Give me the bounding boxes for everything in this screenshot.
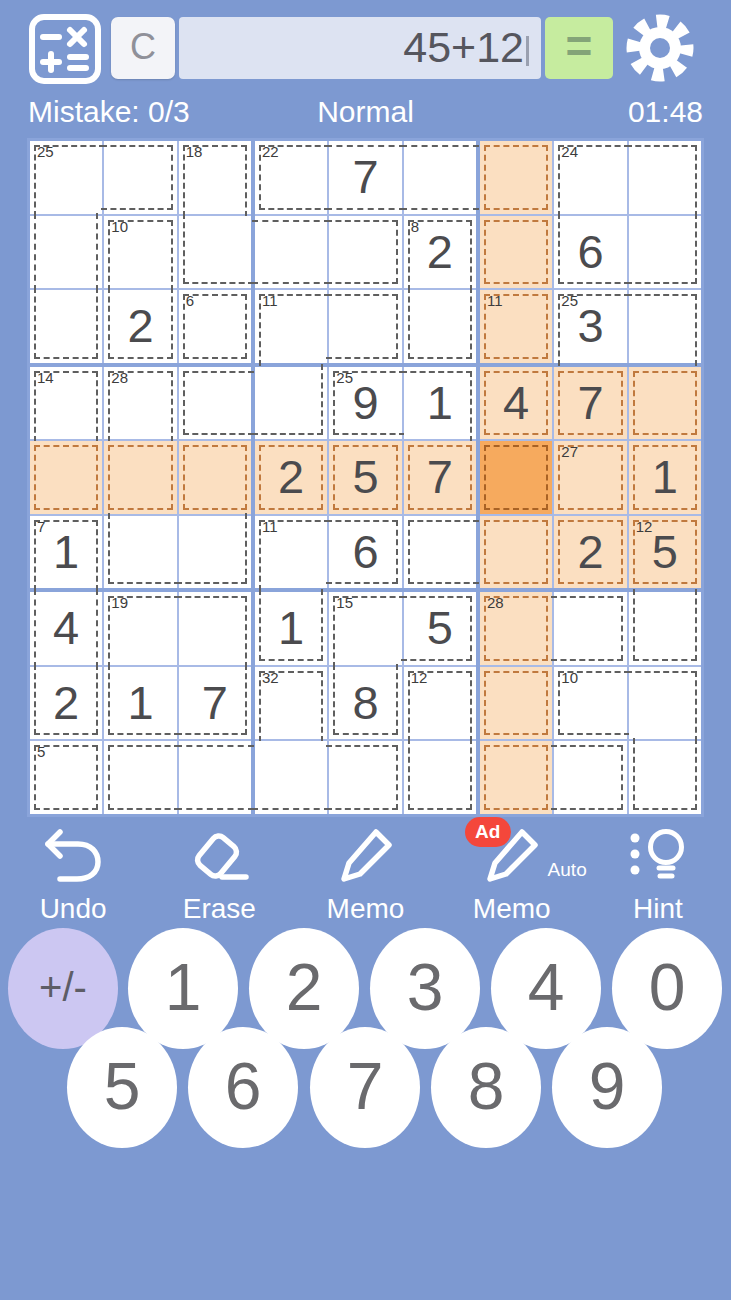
cell-r2c5[interactable]	[329, 216, 401, 289]
clear-button[interactable]: C	[111, 17, 175, 79]
cell-digit: 2	[104, 290, 176, 363]
cell-r8c7[interactable]	[480, 667, 552, 740]
box-border-line	[27, 814, 704, 817]
cell-r3c9[interactable]	[629, 290, 701, 363]
cage-sum-label: 22	[262, 144, 279, 160]
cell-digit: 6	[329, 516, 401, 589]
cell-digit: 1	[629, 441, 701, 514]
cell-digit: 8	[329, 667, 401, 740]
cage-sum-label: 25	[336, 370, 353, 386]
cage-sum-label: 10	[561, 670, 578, 686]
cage-sum-label: 25	[37, 144, 54, 160]
calculator-icon[interactable]	[28, 13, 102, 85]
hint-button[interactable]: Hint	[585, 822, 731, 926]
cage-dash-border	[176, 513, 247, 585]
cage-sum-label: 12	[411, 670, 428, 686]
cell-r7c6[interactable]: 5	[404, 592, 476, 665]
auto-memo-pencil-icon: Ad Auto	[481, 825, 543, 887]
cell-digit: 4	[480, 367, 552, 440]
cell-r6c9[interactable]: 125	[629, 516, 701, 589]
cage-sum-label: 10	[111, 219, 128, 235]
cage-dash-border	[408, 738, 472, 810]
cage-dash-border	[34, 213, 98, 292]
cage-sum-label: 7	[37, 519, 45, 535]
cell-digit: 5	[404, 592, 476, 665]
cell-r2c3[interactable]	[179, 216, 251, 289]
cell-digit: 2	[30, 667, 102, 740]
cell-r9c3[interactable]	[179, 741, 251, 814]
cage-sum-label: 11	[487, 293, 503, 309]
text-cursor	[526, 36, 529, 66]
cell-r1c7[interactable]	[480, 141, 552, 214]
num-button-5[interactable]: 5	[67, 1027, 177, 1148]
cell-r4c7[interactable]: 4	[480, 367, 552, 440]
cell-r7c7[interactable]: 28	[480, 592, 552, 665]
cage-dash-border	[626, 145, 697, 217]
highlight-dash-border	[633, 371, 697, 436]
gear-icon[interactable]	[620, 8, 700, 88]
cage-dash-border	[633, 589, 697, 661]
cell-r3c6[interactable]	[404, 290, 476, 363]
cage-dash-border	[108, 745, 179, 810]
cell-digit: 7	[554, 367, 626, 440]
cage-dash-border	[326, 745, 397, 810]
hint-label: Hint	[585, 893, 731, 925]
cell-r6c1[interactable]: 71	[30, 516, 102, 589]
cell-digit: 1	[104, 667, 176, 740]
cell-r4c3[interactable]	[179, 367, 251, 440]
cell-r4c2[interactable]: 28	[104, 367, 176, 440]
cell-r8c1[interactable]: 2	[30, 667, 102, 740]
num-button-7[interactable]: 7	[310, 1027, 420, 1148]
cell-r7c1[interactable]: 4	[30, 592, 102, 665]
equals-button[interactable]: =	[545, 17, 613, 79]
cage-sum-label: 5	[37, 744, 45, 760]
cage-dash-border	[551, 596, 622, 661]
highlight-dash-border	[484, 745, 548, 810]
cell-digit: 7	[179, 667, 251, 740]
cage-sum-label: 24	[561, 144, 578, 160]
cell-digit: 5	[329, 441, 401, 514]
cell-r6c2[interactable]	[104, 516, 176, 589]
cage-sum-label: 27	[561, 444, 578, 460]
cell-r7c2[interactable]: 19	[104, 592, 176, 665]
cell-r4c1[interactable]: 14	[30, 367, 102, 440]
auto-memo-button[interactable]: Ad Auto Memo	[439, 822, 585, 926]
undo-icon	[42, 825, 104, 887]
cell-r3c7[interactable]: 11	[480, 290, 552, 363]
auto-memo-label: Memo	[439, 893, 585, 925]
cell-r3c3[interactable]: 6	[179, 290, 251, 363]
cage-dash-border	[626, 213, 697, 285]
cage-dash-border	[252, 738, 330, 810]
cell-r5c1[interactable]	[30, 441, 102, 514]
cage-sum-label: 12	[636, 519, 653, 535]
cell-r4c6[interactable]: 1	[404, 367, 476, 440]
cell-r5c6[interactable]: 7	[404, 441, 476, 514]
cell-r8c5[interactable]: 8	[329, 667, 401, 740]
cell-r6c4[interactable]: 11	[255, 516, 327, 589]
cage-dash-border	[401, 145, 479, 210]
cell-digit: 1	[404, 367, 476, 440]
cell-r8c9[interactable]	[629, 667, 701, 740]
cage-dash-border	[408, 287, 472, 359]
cage-sum-label: 32	[262, 670, 279, 686]
cage-sum-label: 11	[262, 293, 278, 309]
highlight-dash-border	[34, 445, 98, 510]
calculator-bar: C 45+12 =	[0, 0, 731, 95]
cage-sum-label: 28	[487, 595, 504, 611]
cage-sum-label: 19	[111, 595, 128, 611]
highlight-dash-border	[108, 445, 172, 510]
display-value: 45+12	[403, 23, 524, 71]
cell-r1c3[interactable]: 18	[179, 141, 251, 214]
cage-dash-border	[176, 596, 247, 668]
cage-dash-border	[626, 294, 697, 366]
cage-dash-border	[183, 371, 254, 436]
cage-dash-border	[326, 294, 397, 359]
cage-dash-border	[101, 145, 172, 210]
cell-r5c7[interactable]	[480, 441, 552, 514]
cage-sum-label: 15	[336, 595, 353, 611]
cell-r3c2[interactable]: 2	[104, 290, 176, 363]
cell-digit: 7	[329, 141, 401, 214]
ad-badge: Ad	[465, 817, 511, 847]
cell-r9c6[interactable]	[404, 741, 476, 814]
cell-r1c1[interactable]: 25	[30, 141, 102, 214]
cage-dash-border	[34, 287, 98, 359]
cage-sum-label: 14	[37, 370, 54, 386]
cell-r6c5[interactable]: 6	[329, 516, 401, 589]
eraser-icon	[186, 825, 252, 887]
lightbulb-icon	[625, 825, 691, 887]
cell-r8c4[interactable]: 32	[255, 667, 327, 740]
cell-r7c8[interactable]	[554, 592, 626, 665]
cell-r9c4[interactable]	[255, 741, 327, 814]
cage-dash-border	[183, 213, 254, 285]
cell-r8c8[interactable]: 10	[554, 667, 626, 740]
cell-r7c3[interactable]	[179, 592, 251, 665]
cell-r3c8[interactable]: 253	[554, 290, 626, 363]
undo-button[interactable]: Undo	[0, 822, 146, 926]
pencil-icon	[335, 825, 397, 887]
cage-dash-border	[176, 745, 254, 810]
cage-dash-border	[408, 520, 479, 585]
cell-r4c4[interactable]	[255, 367, 327, 440]
cell-r6c7[interactable]	[480, 516, 552, 589]
cell-r5c3[interactable]	[179, 441, 251, 514]
cell-r6c8[interactable]: 2	[554, 516, 626, 589]
status-bar: Mistake: 0/3 Normal 01:48	[0, 95, 731, 131]
cage-dash-border	[633, 738, 697, 810]
cell-r5c2[interactable]	[104, 441, 176, 514]
cage-dash-border	[252, 220, 330, 285]
cell-r1c5[interactable]: 7	[329, 141, 401, 214]
cell-r3c5[interactable]	[329, 290, 401, 363]
cell-r8c2[interactable]: 1	[104, 667, 176, 740]
memo-button[interactable]: Memo	[292, 822, 438, 926]
cell-r9c9[interactable]	[629, 741, 701, 814]
cage-sum-label: 18	[186, 144, 203, 160]
cell-r5c8[interactable]: 27	[554, 441, 626, 514]
toolbar: Undo Erase Memo Ad Auto Memo	[0, 822, 731, 926]
cell-digit: 2	[554, 516, 626, 589]
cell-digit: 7	[404, 441, 476, 514]
erase-label: Erase	[146, 893, 292, 925]
cell-r4c9[interactable]	[629, 367, 701, 440]
cell-r1c4[interactable]: 22	[255, 141, 327, 214]
cell-r2c2[interactable]: 10	[104, 216, 176, 289]
cell-r4c5[interactable]: 259	[329, 367, 401, 440]
cell-digit: 2	[255, 441, 327, 514]
cage-sum-label: 6	[186, 293, 194, 309]
cell-r7c4[interactable]: 1	[255, 592, 327, 665]
cell-r7c9[interactable]	[629, 592, 701, 665]
killer-sudoku-app: { "game": "killer-sudoku", "header": { "…	[0, 0, 731, 1300]
cell-r9c5[interactable]	[329, 741, 401, 814]
cell-r2c7[interactable]	[480, 216, 552, 289]
highlight-dash-border	[183, 445, 247, 510]
cell-r4c8[interactable]: 7	[554, 367, 626, 440]
cage-sum-label: 11	[262, 519, 278, 535]
erase-button[interactable]: Erase	[146, 822, 292, 926]
calculator-display[interactable]: 45+12	[179, 17, 541, 79]
cell-r1c6[interactable]	[404, 141, 476, 214]
cell-r1c2[interactable]	[104, 141, 176, 214]
cell-r9c2[interactable]	[104, 741, 176, 814]
cell-r1c8[interactable]: 24	[554, 141, 626, 214]
sudoku-board: 2518227241082626111125314282591472572717…	[27, 138, 704, 817]
auto-tag: Auto	[548, 859, 587, 881]
highlight-dash-border	[484, 445, 548, 510]
cell-r1c9[interactable]	[629, 141, 701, 214]
cage-dash-border	[551, 745, 622, 810]
cell-r2c1[interactable]	[30, 216, 102, 289]
cell-r7c5[interactable]: 15	[329, 592, 401, 665]
cell-r8c3[interactable]: 7	[179, 667, 251, 740]
cell-r9c7[interactable]	[480, 741, 552, 814]
cell-r9c8[interactable]	[554, 741, 626, 814]
cell-r3c1[interactable]	[30, 290, 102, 363]
cage-sum-label: 28	[111, 370, 128, 386]
undo-label: Undo	[0, 893, 146, 925]
cell-r2c9[interactable]	[629, 216, 701, 289]
cell-r5c4[interactable]: 2	[255, 441, 327, 514]
cage-dash-border	[252, 364, 323, 436]
cage-dash-border	[326, 220, 397, 285]
highlight-dash-border	[484, 220, 548, 285]
highlight-dash-border	[484, 145, 548, 210]
cell-r6c3[interactable]	[179, 516, 251, 589]
cell-r3c4[interactable]: 11	[255, 290, 327, 363]
cell-r2c6[interactable]: 82	[404, 216, 476, 289]
cage-dash-border	[108, 513, 179, 585]
cell-r8c6[interactable]: 12	[404, 667, 476, 740]
cell-r2c8[interactable]: 6	[554, 216, 626, 289]
num-button-6[interactable]: 6	[188, 1027, 298, 1148]
cell-r2c4[interactable]	[255, 216, 327, 289]
difficulty-label: Normal	[0, 95, 731, 129]
cell-r5c9[interactable]: 1	[629, 441, 701, 514]
memo-label: Memo	[292, 893, 438, 925]
cage-sum-label: 25	[561, 293, 578, 309]
cell-r5c5[interactable]: 5	[329, 441, 401, 514]
cell-digit: 1	[255, 592, 327, 665]
cage-dash-border	[626, 671, 697, 743]
num-button-9[interactable]: 9	[552, 1027, 662, 1148]
cell-r6c6[interactable]	[404, 516, 476, 589]
cell-digit: 4	[30, 592, 102, 665]
cage-sum-label: 8	[411, 219, 419, 235]
num-button-8[interactable]: 8	[431, 1027, 541, 1148]
cell-digit: 6	[554, 216, 626, 289]
highlight-dash-border	[484, 671, 548, 736]
timer: 01:48	[628, 95, 703, 129]
box-border-line	[701, 138, 704, 817]
cell-r9c1[interactable]: 5	[30, 741, 102, 814]
highlight-dash-border	[484, 520, 548, 585]
